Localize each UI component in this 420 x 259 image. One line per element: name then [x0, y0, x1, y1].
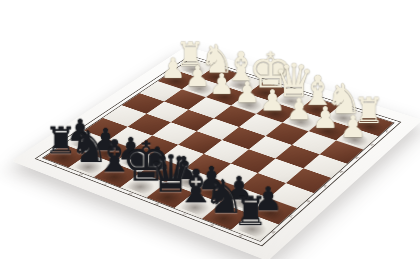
rank-label-7: 7	[289, 215, 295, 219]
chess-set-photo: ♜♞♝♚♛♝♞♜♟♟♟♟♟♟♟♟♟♟♟♟♟♟♟♟♜♞♝♚♛♝♞♜ hgfedcb…	[0, 0, 420, 259]
file-label-b: b	[209, 223, 215, 227]
rank-label-5: 5	[323, 184, 329, 187]
file-label-f: f	[103, 182, 108, 185]
black-rook-a8[interactable]: ♜	[232, 192, 267, 232]
board-frame: ♜♞♝♚♛♝♞♜♟♟♟♟♟♟♟♟♟♟♟♟♟♟♟♟♜♞♝♚♛♝♞♜ hgfedcb…	[35, 55, 402, 246]
vinyl-chess-mat: ♜♞♝♚♛♝♞♜♟♟♟♟♟♟♟♟♟♟♟♟♟♟♟♟♜♞♝♚♛♝♞♜ hgfedcb…	[11, 46, 420, 259]
square-h4[interactable]	[122, 93, 164, 114]
chess-board: ♜♞♝♚♛♝♞♜♟♟♟♟♟♟♟♟♟♟♟♟♟♟♟♟♜♞♝♚♛♝♞♜	[42, 58, 395, 242]
rank-label-8: 8	[271, 230, 277, 234]
rank-label-1: 1	[385, 130, 390, 133]
rank-label-3: 3	[355, 156, 360, 159]
white-pawn-a2[interactable]: ♟	[337, 112, 369, 142]
file-label-e: e	[128, 192, 134, 195]
white-pawn-b2[interactable]: ♟	[310, 103, 341, 133]
rank-label-6: 6	[306, 199, 312, 203]
